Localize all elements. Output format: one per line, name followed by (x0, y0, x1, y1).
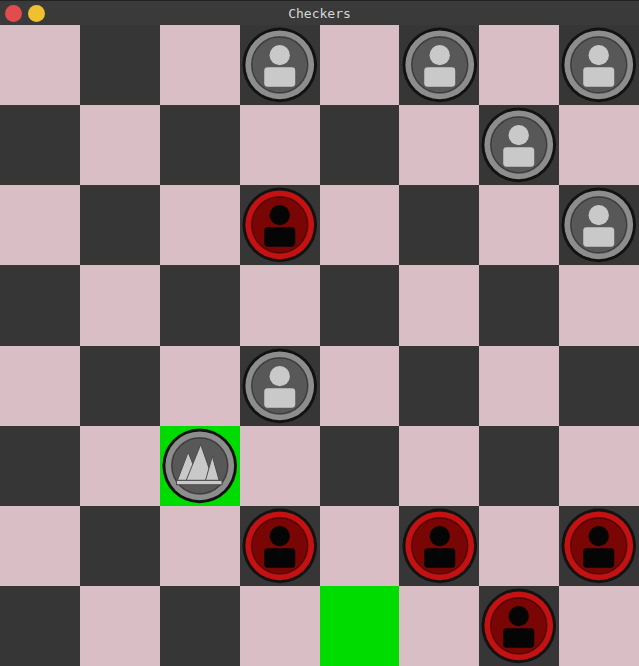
square-r4c7[interactable] (559, 346, 639, 426)
checkers-board (0, 25, 639, 666)
square-r3c1[interactable] (80, 265, 160, 345)
square-r0c2[interactable] (160, 25, 240, 105)
square-r7c6[interactable] (479, 586, 559, 666)
square-r2c6[interactable] (479, 185, 559, 265)
square-r4c1[interactable] (80, 346, 160, 426)
square-r7c3[interactable] (240, 586, 320, 666)
gray-king-piece[interactable] (161, 427, 238, 505)
red-man-piece[interactable] (241, 186, 318, 264)
square-r1c4[interactable] (320, 105, 400, 185)
square-r0c4[interactable] (320, 25, 400, 105)
window-title: Checkers (0, 1, 639, 25)
red-man-piece[interactable] (241, 507, 318, 585)
square-r3c0[interactable] (0, 265, 80, 345)
square-r4c3[interactable] (240, 346, 320, 426)
square-r3c2[interactable] (160, 265, 240, 345)
square-r0c1[interactable] (80, 25, 160, 105)
square-r3c4[interactable] (320, 265, 400, 345)
square-r5c2[interactable] (160, 426, 240, 506)
minimize-button[interactable] (28, 5, 45, 22)
square-r6c6[interactable] (479, 506, 559, 586)
square-r2c4[interactable] (320, 185, 400, 265)
square-r5c5[interactable] (399, 426, 479, 506)
square-r4c2[interactable] (160, 346, 240, 426)
square-r2c0[interactable] (0, 185, 80, 265)
square-r1c3[interactable] (240, 105, 320, 185)
square-r0c0[interactable] (0, 25, 80, 105)
gray-man-piece[interactable] (560, 26, 637, 104)
square-r4c5[interactable] (399, 346, 479, 426)
square-r1c7[interactable] (559, 105, 639, 185)
square-r5c4[interactable] (320, 426, 400, 506)
square-r1c0[interactable] (0, 105, 80, 185)
square-r4c6[interactable] (479, 346, 559, 426)
square-r5c6[interactable] (479, 426, 559, 506)
square-r0c6[interactable] (479, 25, 559, 105)
square-r3c7[interactable] (559, 265, 639, 345)
gray-man-piece[interactable] (241, 26, 318, 104)
square-r3c6[interactable] (479, 265, 559, 345)
gray-man-piece[interactable] (480, 106, 557, 184)
square-r3c3[interactable] (240, 265, 320, 345)
square-r3c5[interactable] (399, 265, 479, 345)
square-r7c0[interactable] (0, 586, 80, 666)
square-r1c5[interactable] (399, 105, 479, 185)
square-r2c1[interactable] (80, 185, 160, 265)
square-r7c4[interactable] (320, 586, 400, 666)
square-r4c0[interactable] (0, 346, 80, 426)
square-r2c3[interactable] (240, 185, 320, 265)
square-r2c5[interactable] (399, 185, 479, 265)
square-r7c2[interactable] (160, 586, 240, 666)
square-r6c4[interactable] (320, 506, 400, 586)
red-man-piece[interactable] (560, 507, 637, 585)
square-r5c3[interactable] (240, 426, 320, 506)
gray-man-piece[interactable] (241, 347, 318, 425)
square-r1c2[interactable] (160, 105, 240, 185)
gray-man-piece[interactable] (560, 186, 637, 264)
square-r0c3[interactable] (240, 25, 320, 105)
square-r7c7[interactable] (559, 586, 639, 666)
titlebar: Checkers (0, 0, 639, 25)
close-button[interactable] (5, 5, 22, 22)
square-r1c6[interactable] (479, 105, 559, 185)
square-r4c4[interactable] (320, 346, 400, 426)
square-r6c5[interactable] (399, 506, 479, 586)
square-r6c3[interactable] (240, 506, 320, 586)
red-man-piece[interactable] (401, 507, 478, 585)
square-r0c5[interactable] (399, 25, 479, 105)
square-r6c7[interactable] (559, 506, 639, 586)
square-r0c7[interactable] (559, 25, 639, 105)
red-man-piece[interactable] (480, 587, 557, 665)
square-r6c0[interactable] (0, 506, 80, 586)
gray-man-piece[interactable] (401, 26, 478, 104)
square-r6c1[interactable] (80, 506, 160, 586)
square-r5c7[interactable] (559, 426, 639, 506)
square-r7c1[interactable] (80, 586, 160, 666)
traffic-lights (5, 5, 45, 22)
square-r7c5[interactable] (399, 586, 479, 666)
square-r2c2[interactable] (160, 185, 240, 265)
square-r2c7[interactable] (559, 185, 639, 265)
square-r1c1[interactable] (80, 105, 160, 185)
square-r5c0[interactable] (0, 426, 80, 506)
square-r6c2[interactable] (160, 506, 240, 586)
square-r5c1[interactable] (80, 426, 160, 506)
checkers-window: Checkers (0, 0, 639, 666)
